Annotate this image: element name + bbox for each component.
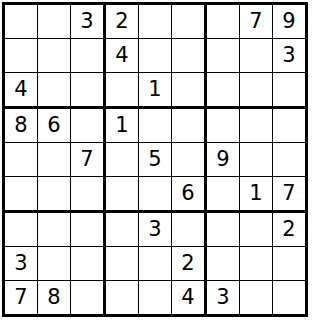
board-row-8: 32 bbox=[5, 247, 305, 281]
cell-r6c7[interactable] bbox=[207, 177, 240, 213]
cell-r8c1[interactable]: 3 bbox=[5, 247, 38, 281]
cell-r6c9[interactable]: 7 bbox=[273, 177, 305, 213]
cell-r9c8[interactable] bbox=[240, 281, 273, 314]
cell-r8c7[interactable] bbox=[207, 247, 240, 281]
cell-r6c8[interactable]: 1 bbox=[240, 177, 273, 213]
cell-r6c3[interactable] bbox=[71, 177, 106, 213]
cell-r6c4[interactable] bbox=[106, 177, 139, 213]
cell-r3c2[interactable] bbox=[38, 73, 71, 109]
cell-r7c3[interactable] bbox=[71, 213, 106, 247]
cell-r7c9[interactable]: 2 bbox=[273, 213, 305, 247]
cell-r4c5[interactable] bbox=[139, 109, 172, 143]
cell-r3c7[interactable] bbox=[207, 73, 240, 109]
cell-r2c6[interactable] bbox=[172, 39, 207, 73]
cell-r5c6[interactable] bbox=[172, 143, 207, 177]
cell-r3c9[interactable] bbox=[273, 73, 305, 109]
cell-r9c3[interactable] bbox=[71, 281, 106, 314]
cell-r9c1[interactable]: 7 bbox=[5, 281, 38, 314]
cell-r1c1[interactable] bbox=[5, 5, 38, 39]
cell-r6c1[interactable] bbox=[5, 177, 38, 213]
cell-r1c5[interactable] bbox=[139, 5, 172, 39]
cell-r9c6[interactable]: 4 bbox=[172, 281, 207, 314]
cell-r7c5[interactable]: 3 bbox=[139, 213, 172, 247]
board-row-6: 617 bbox=[5, 177, 305, 213]
cell-r8c9[interactable] bbox=[273, 247, 305, 281]
board-row-9: 7843 bbox=[5, 281, 305, 314]
cell-r8c6[interactable]: 2 bbox=[172, 247, 207, 281]
cell-r1c7[interactable] bbox=[207, 5, 240, 39]
cell-r2c1[interactable] bbox=[5, 39, 38, 73]
cell-r2c9[interactable]: 3 bbox=[273, 39, 305, 73]
cell-r9c2[interactable]: 8 bbox=[38, 281, 71, 314]
cell-r4c6[interactable] bbox=[172, 109, 207, 143]
cell-r7c7[interactable] bbox=[207, 213, 240, 247]
cell-r6c5[interactable] bbox=[139, 177, 172, 213]
board-row-2: 43 bbox=[5, 39, 305, 73]
sudoku-board: 3279434186175961732327843 bbox=[2, 2, 308, 317]
board-row-5: 759 bbox=[5, 143, 305, 177]
cell-r5c4[interactable] bbox=[106, 143, 139, 177]
cell-r5c7[interactable]: 9 bbox=[207, 143, 240, 177]
cell-r4c4[interactable]: 1 bbox=[106, 109, 139, 143]
cell-r5c9[interactable] bbox=[273, 143, 305, 177]
cell-r2c4[interactable]: 4 bbox=[106, 39, 139, 73]
cell-r4c9[interactable] bbox=[273, 109, 305, 143]
cell-r3c1[interactable]: 4 bbox=[5, 73, 38, 109]
cell-r4c7[interactable] bbox=[207, 109, 240, 143]
cell-r3c6[interactable] bbox=[172, 73, 207, 109]
cell-r1c3[interactable]: 3 bbox=[71, 5, 106, 39]
cell-r3c8[interactable] bbox=[240, 73, 273, 109]
board-row-1: 3279 bbox=[5, 5, 305, 39]
cell-r2c2[interactable] bbox=[38, 39, 71, 73]
cell-r1c6[interactable] bbox=[172, 5, 207, 39]
cell-r1c2[interactable] bbox=[38, 5, 71, 39]
cell-r7c2[interactable] bbox=[38, 213, 71, 247]
cell-r1c8[interactable]: 7 bbox=[240, 5, 273, 39]
cell-r8c8[interactable] bbox=[240, 247, 273, 281]
cell-r3c5[interactable]: 1 bbox=[139, 73, 172, 109]
cell-r7c4[interactable] bbox=[106, 213, 139, 247]
cell-r5c2[interactable] bbox=[38, 143, 71, 177]
cell-r9c7[interactable]: 3 bbox=[207, 281, 240, 314]
cell-r6c6[interactable]: 6 bbox=[172, 177, 207, 213]
cell-r1c4[interactable]: 2 bbox=[106, 5, 139, 39]
cell-r7c1[interactable] bbox=[5, 213, 38, 247]
cell-r4c1[interactable]: 8 bbox=[5, 109, 38, 143]
cell-r5c1[interactable] bbox=[5, 143, 38, 177]
cell-r2c7[interactable] bbox=[207, 39, 240, 73]
cell-r6c2[interactable] bbox=[38, 177, 71, 213]
cell-r5c5[interactable]: 5 bbox=[139, 143, 172, 177]
cell-r8c4[interactable] bbox=[106, 247, 139, 281]
cell-r7c8[interactable] bbox=[240, 213, 273, 247]
board-row-4: 861 bbox=[5, 109, 305, 143]
cell-r2c5[interactable] bbox=[139, 39, 172, 73]
cell-r1c9[interactable]: 9 bbox=[273, 5, 305, 39]
cell-r8c2[interactable] bbox=[38, 247, 71, 281]
cell-r8c5[interactable] bbox=[139, 247, 172, 281]
cell-r5c8[interactable] bbox=[240, 143, 273, 177]
cell-r5c3[interactable]: 7 bbox=[71, 143, 106, 177]
cell-r4c3[interactable] bbox=[71, 109, 106, 143]
cell-r2c3[interactable] bbox=[71, 39, 106, 73]
cell-r3c4[interactable] bbox=[106, 73, 139, 109]
cell-r3c3[interactable] bbox=[71, 73, 106, 109]
cell-r9c4[interactable] bbox=[106, 281, 139, 314]
board-row-3: 41 bbox=[5, 73, 305, 109]
cell-r4c8[interactable] bbox=[240, 109, 273, 143]
cell-r9c9[interactable] bbox=[273, 281, 305, 314]
cell-r9c5[interactable] bbox=[139, 281, 172, 314]
cell-r7c6[interactable] bbox=[172, 213, 207, 247]
cell-r8c3[interactable] bbox=[71, 247, 106, 281]
cell-r2c8[interactable] bbox=[240, 39, 273, 73]
cell-r4c2[interactable]: 6 bbox=[38, 109, 71, 143]
board-row-7: 32 bbox=[5, 213, 305, 247]
